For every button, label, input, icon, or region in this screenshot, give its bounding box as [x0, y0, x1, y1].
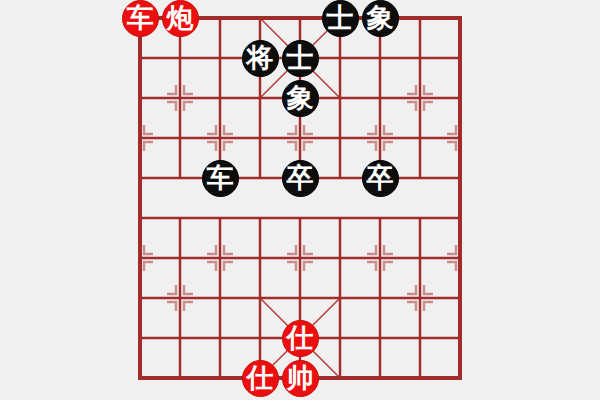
piece-red-king[interactable]: 帅	[282, 360, 319, 397]
board-point-4-5[interactable]	[280, 198, 320, 238]
board-point-8-3[interactable]	[440, 118, 480, 158]
board-point-6-6[interactable]	[360, 238, 400, 278]
board-point-1-3[interactable]	[160, 118, 200, 158]
board-point-7-0[interactable]	[400, 0, 440, 38]
board-point-0-9[interactable]	[120, 358, 160, 398]
board-point-2-6[interactable]	[200, 238, 240, 278]
board-point-4-9[interactable]: 帅	[280, 358, 320, 398]
board-point-2-3[interactable]	[200, 118, 240, 158]
board-point-3-9[interactable]: 仕	[240, 358, 280, 398]
piece-black-general[interactable]: 将	[242, 40, 279, 77]
board-point-8-5[interactable]	[440, 198, 480, 238]
board-point-5-9[interactable]	[320, 358, 360, 398]
xiangqi-app: 车炮士象将士象车卒卒仕仕帅	[0, 0, 600, 400]
piece-black-elephant[interactable]: 象	[282, 80, 319, 117]
board-point-2-7[interactable]	[200, 278, 240, 318]
piece-red-cannon[interactable]: 炮	[162, 0, 199, 37]
board-point-3-6[interactable]	[240, 238, 280, 278]
board-point-6-9[interactable]	[360, 358, 400, 398]
board-point-6-4[interactable]: 卒	[360, 158, 400, 198]
board-point-8-1[interactable]	[440, 38, 480, 78]
board-point-2-1[interactable]	[200, 38, 240, 78]
board-point-0-4[interactable]	[120, 158, 160, 198]
piece-black-chariot[interactable]: 车	[202, 160, 239, 197]
board-point-5-5[interactable]	[320, 198, 360, 238]
board-point-1-8[interactable]	[160, 318, 200, 358]
xiangqi-board-grid: 车炮士象将士象车卒卒仕仕帅	[120, 0, 480, 398]
board-point-7-9[interactable]	[400, 358, 440, 398]
board-point-7-5[interactable]	[400, 198, 440, 238]
piece-black-advisor[interactable]: 士	[322, 0, 359, 37]
board-point-8-0[interactable]	[440, 0, 480, 38]
board-point-7-7[interactable]	[400, 278, 440, 318]
piece-red-advisor[interactable]: 仕	[242, 360, 279, 397]
board-point-3-2[interactable]	[240, 78, 280, 118]
board-point-8-9[interactable]	[440, 358, 480, 398]
piece-black-soldier[interactable]: 卒	[362, 160, 399, 197]
board-point-7-2[interactable]	[400, 78, 440, 118]
board-point-6-5[interactable]	[360, 198, 400, 238]
board-point-1-9[interactable]	[160, 358, 200, 398]
board-point-6-0[interactable]: 象	[360, 0, 400, 38]
board-point-1-7[interactable]	[160, 278, 200, 318]
board-point-3-4[interactable]	[240, 158, 280, 198]
board-point-7-8[interactable]	[400, 318, 440, 358]
board-point-7-3[interactable]	[400, 118, 440, 158]
piece-red-advisor[interactable]: 仕	[282, 320, 319, 357]
board-point-4-6[interactable]	[280, 238, 320, 278]
board-point-3-5[interactable]	[240, 198, 280, 238]
board-point-4-4[interactable]: 卒	[280, 158, 320, 198]
board-point-5-4[interactable]	[320, 158, 360, 198]
board-point-4-8[interactable]: 仕	[280, 318, 320, 358]
board-point-2-0[interactable]	[200, 0, 240, 38]
board-point-5-6[interactable]	[320, 238, 360, 278]
board-point-2-2[interactable]	[200, 78, 240, 118]
board-point-7-6[interactable]	[400, 238, 440, 278]
board-point-1-6[interactable]	[160, 238, 200, 278]
board-point-6-8[interactable]	[360, 318, 400, 358]
board-point-6-2[interactable]	[360, 78, 400, 118]
board-point-3-8[interactable]	[240, 318, 280, 358]
board-point-5-7[interactable]	[320, 278, 360, 318]
piece-black-advisor[interactable]: 士	[282, 40, 319, 77]
board-point-5-0[interactable]: 士	[320, 0, 360, 38]
board-point-4-0[interactable]	[280, 0, 320, 38]
board-point-2-9[interactable]	[200, 358, 240, 398]
board-point-5-1[interactable]	[320, 38, 360, 78]
board-point-6-1[interactable]	[360, 38, 400, 78]
board-point-4-3[interactable]	[280, 118, 320, 158]
board-point-3-7[interactable]	[240, 278, 280, 318]
board-point-2-8[interactable]	[200, 318, 240, 358]
board-point-0-5[interactable]	[120, 198, 160, 238]
board-point-6-3[interactable]	[360, 118, 400, 158]
board-point-0-2[interactable]	[120, 78, 160, 118]
board-point-7-4[interactable]	[400, 158, 440, 198]
board-point-8-2[interactable]	[440, 78, 480, 118]
board-point-0-8[interactable]	[120, 318, 160, 358]
board-point-2-4[interactable]: 车	[200, 158, 240, 198]
board-point-6-7[interactable]	[360, 278, 400, 318]
board-point-3-1[interactable]: 将	[240, 38, 280, 78]
board-point-5-3[interactable]	[320, 118, 360, 158]
board-point-0-7[interactable]	[120, 278, 160, 318]
board-point-8-6[interactable]	[440, 238, 480, 278]
piece-black-soldier[interactable]: 卒	[282, 160, 319, 197]
board-point-4-1[interactable]: 士	[280, 38, 320, 78]
piece-black-elephant[interactable]: 象	[362, 0, 399, 37]
board-point-5-2[interactable]	[320, 78, 360, 118]
board-point-0-1[interactable]	[120, 38, 160, 78]
board-point-3-0[interactable]	[240, 0, 280, 38]
board-point-8-7[interactable]	[440, 278, 480, 318]
board-point-7-1[interactable]	[400, 38, 440, 78]
board-point-1-5[interactable]	[160, 198, 200, 238]
board-point-1-0[interactable]: 炮	[160, 0, 200, 38]
board-point-0-0[interactable]: 车	[120, 0, 160, 38]
board-point-0-3[interactable]	[120, 118, 160, 158]
board-point-1-2[interactable]	[160, 78, 200, 118]
piece-red-chariot[interactable]: 车	[122, 0, 159, 37]
board-point-8-4[interactable]	[440, 158, 480, 198]
board-point-3-3[interactable]	[240, 118, 280, 158]
board-point-2-5[interactable]	[200, 198, 240, 238]
board-point-1-1[interactable]	[160, 38, 200, 78]
board-point-4-2[interactable]: 象	[280, 78, 320, 118]
board-point-4-7[interactable]	[280, 278, 320, 318]
board-point-5-8[interactable]	[320, 318, 360, 358]
board-point-0-6[interactable]	[120, 238, 160, 278]
board-point-8-8[interactable]	[440, 318, 480, 358]
board-point-1-4[interactable]	[160, 158, 200, 198]
